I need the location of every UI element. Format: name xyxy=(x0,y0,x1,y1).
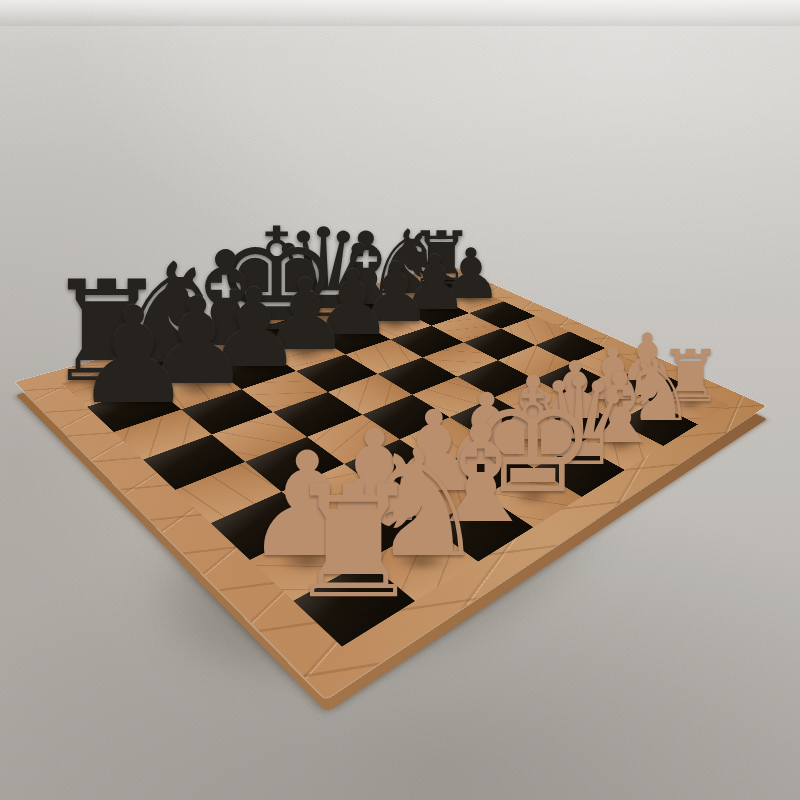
piece-white-rook-a1[interactable]: ♜ xyxy=(284,465,423,620)
piece-black-pawn-a7[interactable]: ♟ xyxy=(74,291,194,425)
photo-stage: ♜♞♝♚♛♝♞♜♟♟♟♟♟♟♟♟♟♟♟♟♟♟♟♟♜♞♝♚♛♝♞♜ xyxy=(0,0,800,800)
cushion-seam xyxy=(0,0,800,26)
